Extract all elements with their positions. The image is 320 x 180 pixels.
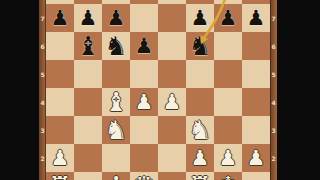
- left-rank-label-7: 7: [39, 15, 46, 22]
- square-b3: [74, 116, 102, 144]
- square-d3: [130, 116, 158, 144]
- square-g5: [214, 60, 242, 88]
- square-d5: [130, 60, 158, 88]
- square-g6: [214, 32, 242, 60]
- square-b2: [74, 144, 102, 172]
- square-h3: [242, 116, 270, 144]
- square-e6: [158, 32, 186, 60]
- square-c6: ♞: [102, 32, 130, 60]
- black-pawn: ♟: [242, 4, 270, 32]
- black-bishop: ♝: [74, 32, 102, 60]
- square-h2: ♟: [242, 144, 270, 172]
- left-black-bar: [0, 0, 39, 180]
- square-b5: [74, 60, 102, 88]
- square-h6: [242, 32, 270, 60]
- right-rank-label-7: 7: [270, 15, 277, 22]
- square-c7: ♟: [102, 4, 130, 32]
- square-h7: ♟: [242, 4, 270, 32]
- square-b1: [74, 172, 102, 180]
- black-pawn: ♟: [130, 32, 158, 60]
- square-a3: [46, 116, 74, 144]
- white-king: ♚: [214, 172, 242, 180]
- square-g4: [214, 88, 242, 116]
- black-pawn: ♟: [46, 4, 74, 32]
- square-b4: [74, 88, 102, 116]
- square-d2: [130, 144, 158, 172]
- square-a5: [46, 60, 74, 88]
- square-h5: [242, 60, 270, 88]
- square-b7: ♟: [74, 4, 102, 32]
- square-f2: ♟: [186, 144, 214, 172]
- left-rank-label-strip: 765432: [39, 0, 46, 180]
- right-black-bar: [277, 0, 320, 180]
- square-a2: ♟: [46, 144, 74, 172]
- right-rank-label-5: 5: [270, 71, 277, 78]
- square-a4: [46, 88, 74, 116]
- square-d4: ♟: [130, 88, 158, 116]
- video-frame: ♜♝♛♚♜♟♟♟♟♟♟♝♞♟♞♝♟♟♞♞♟♟♟♟♜♝♛♜♚ 765432 765…: [0, 0, 320, 180]
- square-d1: ♛: [130, 172, 158, 180]
- left-rank-label-6: 6: [39, 43, 46, 50]
- white-pawn: ♟: [242, 144, 270, 172]
- white-bishop: ♝: [102, 172, 130, 180]
- white-knight: ♞: [186, 116, 214, 144]
- square-d6: ♟: [130, 32, 158, 60]
- white-pawn: ♟: [46, 144, 74, 172]
- white-pawn: ♟: [214, 144, 242, 172]
- white-rook: ♜: [186, 172, 214, 180]
- square-e5: [158, 60, 186, 88]
- square-f7: ♟: [186, 4, 214, 32]
- black-pawn: ♟: [214, 4, 242, 32]
- square-f4: [186, 88, 214, 116]
- square-e1: [158, 172, 186, 180]
- white-pawn: ♟: [158, 88, 186, 116]
- square-f5: [186, 60, 214, 88]
- left-rank-label-5: 5: [39, 71, 46, 78]
- right-rank-label-4: 4: [270, 99, 277, 106]
- square-d7: [130, 4, 158, 32]
- square-e7: [158, 4, 186, 32]
- square-a6: [46, 32, 74, 60]
- left-rank-label-2: 2: [39, 155, 46, 162]
- chess-board: ♜♝♛♚♜♟♟♟♟♟♟♝♞♟♞♝♟♟♞♞♟♟♟♟♜♝♛♜♚: [46, 0, 270, 180]
- square-e3: [158, 116, 186, 144]
- square-h4: [242, 88, 270, 116]
- square-e2: [158, 144, 186, 172]
- square-c3: ♞: [102, 116, 130, 144]
- square-g3: [214, 116, 242, 144]
- square-c2: [102, 144, 130, 172]
- white-pawn: ♟: [186, 144, 214, 172]
- square-f6: ♞: [186, 32, 214, 60]
- white-knight: ♞: [102, 116, 130, 144]
- square-a1: ♜: [46, 172, 74, 180]
- square-g1: ♚: [214, 172, 242, 180]
- square-a7: ♟: [46, 4, 74, 32]
- right-rank-label-2: 2: [270, 155, 277, 162]
- black-pawn: ♟: [74, 4, 102, 32]
- left-rank-label-4: 4: [39, 99, 46, 106]
- white-pawn: ♟: [130, 88, 158, 116]
- black-pawn: ♟: [186, 4, 214, 32]
- black-knight: ♞: [186, 32, 214, 60]
- left-rank-label-3: 3: [39, 127, 46, 134]
- black-knight: ♞: [102, 32, 130, 60]
- square-e4: ♟: [158, 88, 186, 116]
- square-c5: [102, 60, 130, 88]
- square-b6: ♝: [74, 32, 102, 60]
- square-g7: ♟: [214, 4, 242, 32]
- right-rank-label-strip: 765432: [270, 0, 277, 180]
- white-bishop: ♝: [102, 88, 130, 116]
- square-f3: ♞: [186, 116, 214, 144]
- black-pawn: ♟: [102, 4, 130, 32]
- square-h1: [242, 172, 270, 180]
- white-rook: ♜: [46, 172, 74, 180]
- square-f1: ♜: [186, 172, 214, 180]
- square-g2: ♟: [214, 144, 242, 172]
- right-rank-label-6: 6: [270, 43, 277, 50]
- right-rank-label-3: 3: [270, 127, 277, 134]
- square-c4: ♝: [102, 88, 130, 116]
- square-c1: ♝: [102, 172, 130, 180]
- white-queen: ♛: [130, 172, 158, 180]
